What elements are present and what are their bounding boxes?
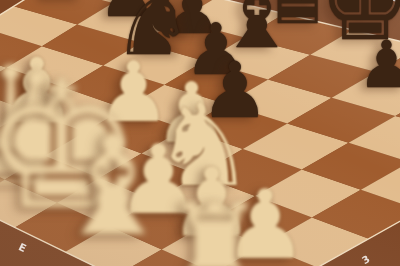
lighting-overlay xyxy=(0,0,400,266)
chess-board: ABCDEFGH12345678 xyxy=(0,0,400,266)
chess-photo: ABCDEFGH12345678 ♜♛♚♝♞♜♟♟♟♝♟♟♟♞♟♟♟♟♟♞♟♟♟… xyxy=(0,0,400,266)
